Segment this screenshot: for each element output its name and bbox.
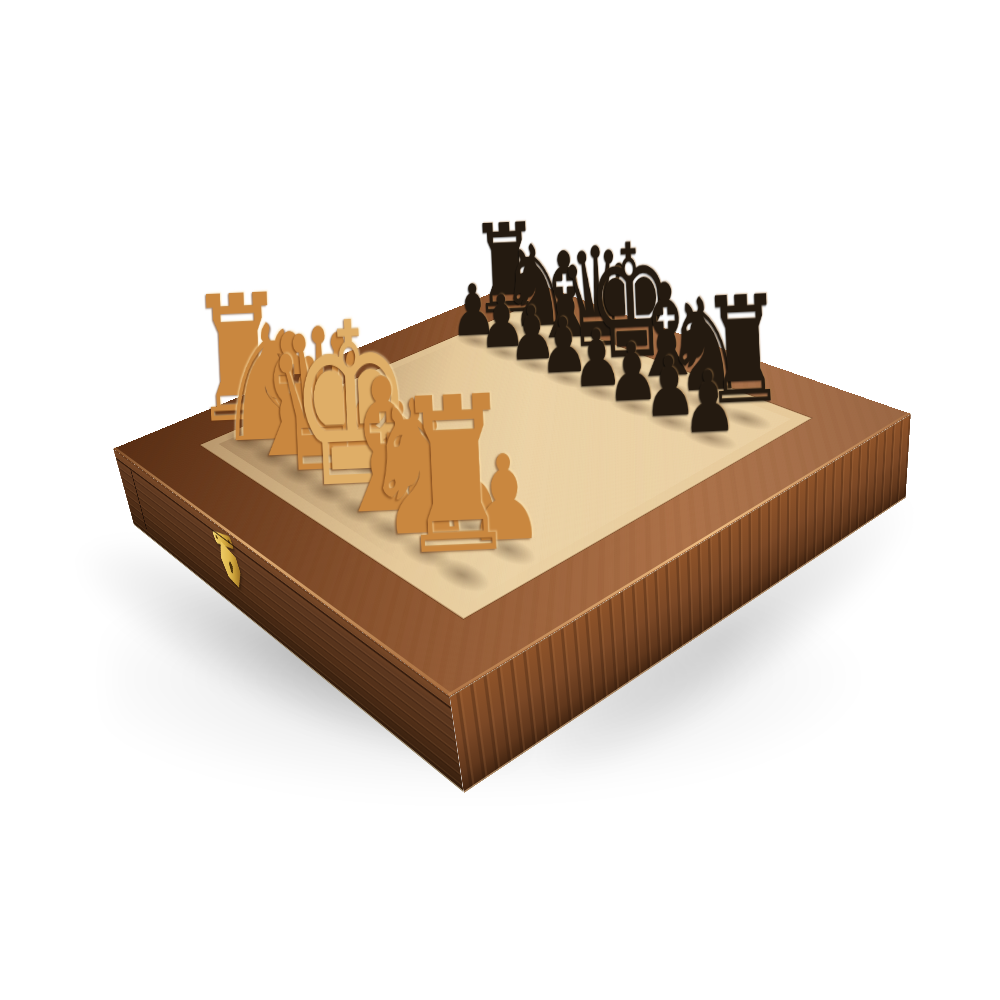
product-photo: ♜♞♝♛♚♝♞♜♟♟♟♟♟♟♟♟♟♟♟♟♟♟♟♟♜♞♝♛♚♝♞♜	[0, 0, 1000, 1000]
white-rook-glyph: ♜	[353, 366, 557, 588]
black-pawn-glyph: ♟	[608, 355, 808, 448]
chess-box: ♜♞♝♛♚♝♞♜♟♟♟♟♟♟♟♟♟♟♟♟♟♟♟♟♜♞♝♛♚♝♞♜	[113, 280, 911, 697]
